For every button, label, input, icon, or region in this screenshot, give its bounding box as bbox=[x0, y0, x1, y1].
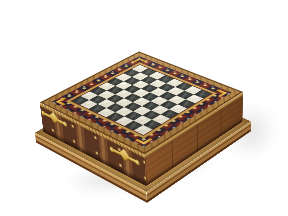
brass-clasp-scroll bbox=[109, 146, 113, 153]
brass-clasp-scroll bbox=[63, 121, 67, 127]
chess-box bbox=[45, 89, 243, 198]
camera-tilt bbox=[0, 0, 288, 216]
brass-clasp-scroll bbox=[135, 159, 139, 166]
brass-clasp-scroll bbox=[41, 110, 45, 116]
product-photo-scene bbox=[0, 0, 288, 216]
perspective-stage bbox=[0, 0, 288, 216]
